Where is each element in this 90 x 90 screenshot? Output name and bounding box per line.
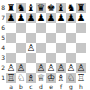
file-label-h: h — [76, 83, 86, 90]
square-e6[interactable] — [46, 23, 56, 33]
piece-white-pawn: ♙ — [37, 63, 46, 73]
file-label-f: f — [56, 83, 66, 90]
square-b1[interactable]: ♘ — [16, 73, 26, 83]
piece-black-king: ♚ — [47, 3, 56, 13]
piece-white-rook: ♖ — [77, 73, 86, 83]
square-d8[interactable]: ♛ — [36, 3, 46, 13]
piece-black-bishop: ♝ — [57, 3, 66, 13]
piece-black-rook: ♜ — [7, 3, 16, 13]
square-h6[interactable] — [76, 23, 86, 33]
square-a7[interactable]: ♟ — [6, 13, 16, 23]
piece-white-pawn: ♙ — [47, 63, 56, 73]
piece-white-bishop: ♗ — [57, 73, 66, 83]
piece-black-pawn: ♟ — [67, 13, 76, 23]
square-h4[interactable] — [76, 43, 86, 53]
square-e1[interactable]: ♔ — [46, 73, 56, 83]
rank-label-1: 1 — [0, 73, 5, 83]
square-b8[interactable]: ♞ — [16, 3, 26, 13]
piece-black-queen: ♛ — [37, 3, 46, 13]
piece-white-pawn: ♙ — [67, 63, 76, 73]
piece-black-pawn: ♟ — [47, 13, 56, 23]
square-a2[interactable]: ♙ — [6, 63, 16, 73]
square-f4[interactable] — [56, 43, 66, 53]
square-f6[interactable] — [56, 23, 66, 33]
square-g7[interactable]: ♟ — [66, 13, 76, 23]
square-h7[interactable]: ♟ — [76, 13, 86, 23]
piece-white-king: ♔ — [47, 73, 56, 83]
square-a1[interactable]: ♖ — [6, 73, 16, 83]
square-f8[interactable]: ♝ — [56, 3, 66, 13]
rank-label-7: 7 — [0, 13, 5, 23]
square-a4[interactable] — [6, 43, 16, 53]
piece-white-pawn: ♙ — [27, 43, 36, 53]
square-g8[interactable]: ♞ — [66, 3, 76, 13]
square-d2[interactable]: ♙ — [36, 63, 46, 73]
square-f1[interactable]: ♗ — [56, 73, 66, 83]
piece-white-knight: ♘ — [17, 73, 26, 83]
rank-label-4: 4 — [0, 43, 5, 53]
piece-white-rook: ♖ — [7, 73, 16, 83]
square-g4[interactable] — [66, 43, 76, 53]
piece-black-pawn: ♟ — [17, 13, 26, 23]
square-a5[interactable] — [6, 33, 16, 43]
square-f2[interactable]: ♙ — [56, 63, 66, 73]
square-c1[interactable]: ♗ — [26, 73, 36, 83]
square-c3[interactable] — [26, 53, 36, 63]
file-label-g: g — [66, 83, 76, 90]
rank-labels: 87654321 — [0, 3, 5, 83]
square-e7[interactable]: ♟ — [46, 13, 56, 23]
square-c2[interactable] — [26, 63, 36, 73]
piece-black-pawn: ♟ — [7, 13, 16, 23]
file-labels: abcdefgh — [6, 83, 86, 90]
square-h5[interactable] — [76, 33, 86, 43]
square-f7[interactable]: ♟ — [56, 13, 66, 23]
square-h8[interactable]: ♜ — [76, 3, 86, 13]
square-d1[interactable]: ♕ — [36, 73, 46, 83]
piece-white-bishop: ♗ — [27, 73, 36, 83]
square-g2[interactable]: ♙ — [66, 63, 76, 73]
square-e3[interactable] — [46, 53, 56, 63]
square-a8[interactable]: ♜ — [6, 3, 16, 13]
piece-white-pawn: ♙ — [57, 63, 66, 73]
square-h2[interactable]: ♙ — [76, 63, 86, 73]
square-b2[interactable]: ♙ — [16, 63, 26, 73]
piece-white-pawn: ♙ — [77, 63, 86, 73]
file-label-a: a — [6, 83, 16, 90]
square-e4[interactable] — [46, 43, 56, 53]
rank-label-6: 6 — [0, 23, 5, 33]
rank-label-8: 8 — [0, 3, 5, 13]
square-b5[interactable] — [16, 33, 26, 43]
rank-label-5: 5 — [0, 33, 5, 43]
square-d4[interactable] — [36, 43, 46, 53]
piece-black-pawn: ♟ — [27, 13, 36, 23]
square-c6[interactable] — [26, 23, 36, 33]
square-c7[interactable]: ♟ — [26, 13, 36, 23]
chess-board: ♜♞♝♛♚♝♞♜♟♟♟♟♟♟♟♟♙♙♙♙♙♙♙♙♖♘♗♕♔♗♘♖ — [6, 3, 86, 83]
file-label-c: c — [26, 83, 36, 90]
square-f3[interactable] — [56, 53, 66, 63]
square-e5[interactable] — [46, 33, 56, 43]
square-b7[interactable]: ♟ — [16, 13, 26, 23]
file-label-e: e — [46, 83, 56, 90]
piece-white-knight: ♘ — [67, 73, 76, 83]
square-d6[interactable] — [36, 23, 46, 33]
square-d7[interactable]: ♟ — [36, 13, 46, 23]
square-g1[interactable]: ♘ — [66, 73, 76, 83]
square-e2[interactable]: ♙ — [46, 63, 56, 73]
file-label-d: d — [36, 83, 46, 90]
square-b4[interactable] — [16, 43, 26, 53]
piece-white-queen: ♕ — [37, 73, 46, 83]
rank-label-2: 2 — [0, 63, 5, 73]
piece-black-pawn: ♟ — [77, 13, 86, 23]
square-b6[interactable] — [16, 23, 26, 33]
rank-label-3: 3 — [0, 53, 5, 63]
square-h1[interactable]: ♖ — [76, 73, 86, 83]
square-g5[interactable] — [66, 33, 76, 43]
square-b3[interactable] — [16, 53, 26, 63]
square-d3[interactable] — [36, 53, 46, 63]
piece-white-pawn: ♙ — [17, 63, 26, 73]
piece-black-pawn: ♟ — [37, 13, 46, 23]
piece-white-pawn: ♙ — [7, 63, 16, 73]
square-a6[interactable] — [6, 23, 16, 33]
square-h3[interactable] — [76, 53, 86, 63]
piece-black-knight: ♞ — [67, 3, 76, 13]
chess-diagram: 87654321 ♜♞♝♛♚♝♞♜♟♟♟♟♟♟♟♟♙♙♙♙♙♙♙♙♖♘♗♕♔♗♘… — [0, 0, 90, 90]
file-label-b: b — [16, 83, 26, 90]
square-e8[interactable]: ♚ — [46, 3, 56, 13]
square-d5[interactable] — [36, 33, 46, 43]
square-c4[interactable]: ♙ — [26, 43, 36, 53]
square-c5[interactable] — [26, 33, 36, 43]
square-c8[interactable]: ♝ — [26, 3, 36, 13]
piece-black-rook: ♜ — [77, 3, 86, 13]
square-f5[interactable] — [56, 33, 66, 43]
piece-black-pawn: ♟ — [57, 13, 66, 23]
piece-black-knight: ♞ — [17, 3, 26, 13]
square-a3[interactable] — [6, 53, 16, 63]
piece-black-bishop: ♝ — [27, 3, 36, 13]
square-g3[interactable] — [66, 53, 76, 63]
square-g6[interactable] — [66, 23, 76, 33]
